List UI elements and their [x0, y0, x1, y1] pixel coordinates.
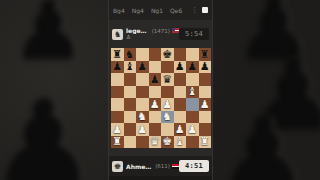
- board-icon[interactable]: [202, 7, 208, 13]
- square-h4[interactable]: ♟: [199, 98, 212, 111]
- move-entry[interactable]: Ng1: [151, 7, 163, 14]
- square-c3[interactable]: ♞: [136, 111, 149, 124]
- square-e5[interactable]: [161, 86, 174, 99]
- avatar[interactable]: ♚: [112, 161, 123, 172]
- white-knight: ♞: [137, 111, 147, 122]
- square-g5[interactable]: ♝: [186, 86, 199, 99]
- screenshot-stage: ♟♟♟♟♟ Bg4Ng4Ng1Qe6 ⋮ ♞ legendkisser (147…: [0, 0, 320, 180]
- white-bishop: ♝: [175, 136, 185, 147]
- square-e2[interactable]: [161, 123, 174, 136]
- more-options-icon[interactable]: ⋮: [191, 6, 198, 14]
- black-pawn: ♟: [187, 61, 197, 72]
- square-f5[interactable]: [174, 86, 187, 99]
- move-entry[interactable]: Qe6: [170, 7, 182, 14]
- captured-pieces-top: ♙: [126, 35, 179, 41]
- egypt-flag-icon: [172, 164, 179, 169]
- square-g8[interactable]: [186, 48, 199, 61]
- black-rook: ♜: [112, 49, 122, 60]
- square-c8[interactable]: [136, 48, 149, 61]
- square-g4[interactable]: [186, 98, 199, 111]
- square-g6[interactable]: [186, 73, 199, 86]
- white-pawn: ♟: [187, 124, 197, 135]
- square-f1[interactable]: ♝: [174, 136, 187, 149]
- square-f6[interactable]: [174, 73, 187, 86]
- move-entry[interactable]: Bg4: [113, 7, 125, 14]
- square-d3[interactable]: [149, 111, 162, 124]
- square-a8[interactable]: ♜: [111, 48, 124, 61]
- square-g3[interactable]: [186, 111, 199, 124]
- square-e7[interactable]: [161, 61, 174, 74]
- square-e8[interactable]: ♚: [161, 48, 174, 61]
- square-b4[interactable]: [124, 98, 137, 111]
- square-h6[interactable]: [199, 73, 212, 86]
- square-c7[interactable]: ♟: [136, 61, 149, 74]
- square-a2[interactable]: ♟: [111, 123, 124, 136]
- square-h3[interactable]: [199, 111, 212, 124]
- white-pawn: ♟: [200, 99, 210, 110]
- white-bishop: ♝: [187, 86, 197, 97]
- square-g2[interactable]: ♟: [186, 123, 199, 136]
- square-b3[interactable]: [124, 111, 137, 124]
- player-name-top[interactable]: legendkisser: [126, 27, 150, 34]
- chess-board[interactable]: ♜♞♚♜♟♝♟♟♟♟♟♛♝♟♟♟♞♞♟♟♟♟♜♛♚♝♜: [111, 48, 211, 148]
- blurred-pawn-icon: ♟: [220, 104, 310, 180]
- player-info-bottom: Ahmed_Mohammed_29 (611): [126, 163, 179, 170]
- clock-bottom-active: 4:51: [179, 160, 209, 172]
- black-rook: ♜: [200, 49, 210, 60]
- bottom-strip: [109, 176, 212, 180]
- square-b1[interactable]: [124, 136, 137, 149]
- square-d8[interactable]: [149, 48, 162, 61]
- player-name-bottom[interactable]: Ahmed_Mohammed_29: [126, 163, 153, 170]
- white-queen: ♛: [150, 136, 160, 147]
- square-d5[interactable]: [149, 86, 162, 99]
- square-d1[interactable]: ♛: [149, 136, 162, 149]
- blurred-pawn-icon: ♟: [14, 0, 86, 70]
- player-bar-top: ♞ legendkisser (1471) ♙ 5:54: [109, 22, 212, 46]
- black-queen: ♛: [162, 74, 172, 85]
- square-a6[interactable]: [111, 73, 124, 86]
- square-a1[interactable]: ♜: [111, 136, 124, 149]
- square-b8[interactable]: ♞: [124, 48, 137, 61]
- black-pawn: ♟: [150, 74, 160, 85]
- square-e1[interactable]: ♚: [161, 136, 174, 149]
- square-h2[interactable]: [199, 123, 212, 136]
- avatar[interactable]: ♞: [112, 29, 123, 40]
- black-pawn: ♟: [175, 61, 185, 72]
- white-rook: ♜: [200, 136, 210, 147]
- black-pawn: ♟: [200, 61, 210, 72]
- player-bar-bottom: ♚ Ahmed_Mohammed_29 (611) 4:51: [109, 156, 212, 176]
- white-pawn: ♟: [112, 124, 122, 135]
- blurred-pawn-icon: ♟: [0, 84, 98, 180]
- white-pawn: ♟: [150, 99, 160, 110]
- square-h5[interactable]: [199, 86, 212, 99]
- white-rook: ♜: [112, 136, 122, 147]
- black-knight: ♞: [125, 49, 135, 60]
- white-pawn: ♟: [175, 124, 185, 135]
- square-h1[interactable]: ♜: [199, 136, 212, 149]
- square-a5[interactable]: [111, 86, 124, 99]
- us-flag-icon: [172, 28, 179, 33]
- square-b6[interactable]: [124, 73, 137, 86]
- black-bishop: ♝: [125, 61, 135, 72]
- square-f7[interactable]: ♟: [174, 61, 187, 74]
- black-pawn: ♟: [112, 61, 122, 72]
- square-c5[interactable]: [136, 86, 149, 99]
- square-b7[interactable]: ♝: [124, 61, 137, 74]
- square-c1[interactable]: [136, 136, 149, 149]
- square-d2[interactable]: [149, 123, 162, 136]
- square-d6[interactable]: ♟: [149, 73, 162, 86]
- square-f2[interactable]: ♟: [174, 123, 187, 136]
- square-b2[interactable]: [124, 123, 137, 136]
- square-f3[interactable]: [174, 111, 187, 124]
- square-a7[interactable]: ♟: [111, 61, 124, 74]
- white-knight: ♞: [162, 111, 172, 122]
- clock-top: 5:54: [179, 28, 209, 40]
- square-a3[interactable]: [111, 111, 124, 124]
- square-c6[interactable]: [136, 73, 149, 86]
- square-h7[interactable]: ♟: [199, 61, 212, 74]
- black-king: ♚: [162, 49, 172, 60]
- white-pawn: ♟: [137, 124, 147, 135]
- square-d4[interactable]: ♟: [149, 98, 162, 111]
- player-rating-top: (1471): [152, 28, 170, 34]
- square-c2[interactable]: ♟: [136, 123, 149, 136]
- square-e4[interactable]: ♟: [161, 98, 174, 111]
- square-c4[interactable]: [136, 98, 149, 111]
- square-e6[interactable]: ♛: [161, 73, 174, 86]
- square-e3[interactable]: ♞: [161, 111, 174, 124]
- square-g1[interactable]: [186, 136, 199, 149]
- chess-app-window: Bg4Ng4Ng1Qe6 ⋮ ♞ legendkisser (1471) ♙ 5…: [108, 0, 213, 180]
- black-pawn: ♟: [137, 61, 147, 72]
- move-list[interactable]: Bg4Ng4Ng1Qe6: [113, 7, 191, 14]
- move-entry[interactable]: Ng4: [132, 7, 144, 14]
- square-f8[interactable]: [174, 48, 187, 61]
- square-d7[interactable]: [149, 61, 162, 74]
- player-info-top: legendkisser (1471) ♙: [126, 27, 179, 41]
- square-h8[interactable]: ♜: [199, 48, 212, 61]
- player-rating-bottom: (611): [155, 163, 170, 169]
- white-pawn: ♟: [162, 99, 172, 110]
- white-king: ♚: [162, 136, 172, 147]
- square-g7[interactable]: ♟: [186, 61, 199, 74]
- move-history-bar: Bg4Ng4Ng1Qe6 ⋮: [109, 0, 212, 20]
- square-f4[interactable]: [174, 98, 187, 111]
- square-a4[interactable]: [111, 98, 124, 111]
- square-b5[interactable]: [124, 86, 137, 99]
